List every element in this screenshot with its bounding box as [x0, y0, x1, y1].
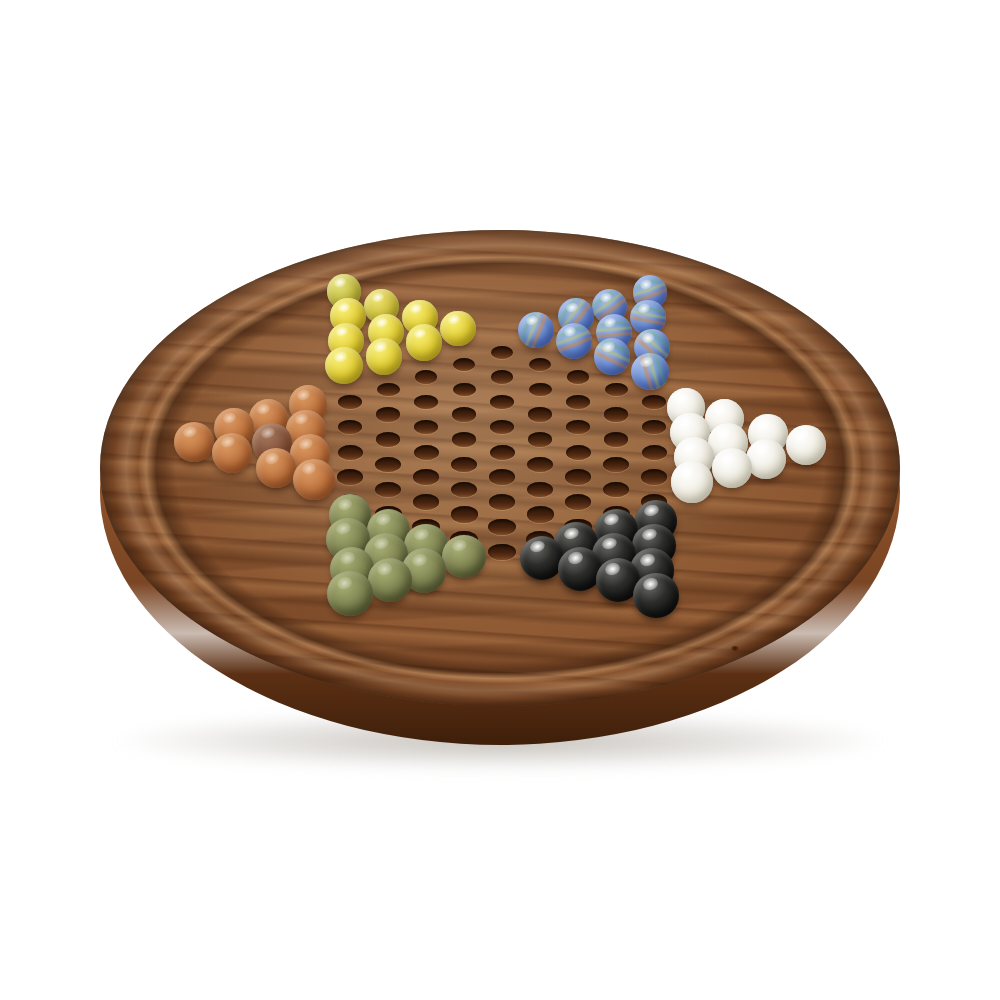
marble-yellow[interactable] [366, 338, 403, 375]
board-hole[interactable] [414, 445, 439, 460]
board-hole[interactable] [489, 494, 516, 510]
board-hole[interactable] [488, 519, 515, 535]
board-hole[interactable] [566, 395, 589, 409]
board-hole[interactable] [527, 506, 554, 522]
board-hole[interactable] [338, 445, 363, 460]
board-hole[interactable] [489, 469, 515, 485]
board-hole[interactable] [376, 407, 400, 421]
board-hole[interactable] [565, 469, 591, 485]
marble-black[interactable] [633, 573, 678, 618]
board-hole[interactable] [566, 420, 590, 435]
marble-white[interactable] [786, 425, 826, 465]
board-hole[interactable] [490, 395, 513, 409]
board-hole[interactable] [453, 358, 475, 371]
board-hole[interactable] [642, 445, 667, 460]
board-hole[interactable] [413, 494, 440, 510]
board-hole[interactable] [565, 494, 592, 510]
board-hole[interactable] [641, 469, 667, 485]
marble-black[interactable] [520, 536, 564, 580]
board-hole[interactable] [490, 445, 515, 460]
board-hole[interactable] [528, 407, 552, 421]
board-hole[interactable] [603, 457, 628, 472]
board-hole[interactable] [529, 383, 552, 397]
marble-green[interactable] [442, 535, 486, 579]
board-hole[interactable] [453, 383, 476, 397]
marble-green[interactable] [327, 571, 372, 616]
board-hole[interactable] [642, 395, 665, 409]
marble-white[interactable] [746, 439, 787, 480]
board-hole[interactable] [527, 457, 552, 472]
board-hole[interactable] [414, 395, 437, 409]
board-hole[interactable] [451, 457, 476, 472]
board-hole[interactable] [491, 370, 514, 384]
board-hole[interactable] [414, 420, 438, 435]
board-hole[interactable] [452, 407, 476, 421]
board-hole[interactable] [567, 370, 590, 384]
board-hole[interactable] [338, 395, 361, 409]
marble-yellow[interactable] [325, 347, 362, 384]
marble-orange[interactable] [212, 433, 252, 473]
marble-blue[interactable] [594, 338, 631, 375]
board-hole[interactable] [377, 383, 400, 397]
marble-blue[interactable] [556, 323, 592, 359]
board-hole[interactable] [529, 358, 551, 371]
board-hole[interactable] [491, 346, 513, 359]
board-hole[interactable] [415, 370, 438, 384]
board-hole[interactable] [452, 432, 477, 447]
wood-knot [731, 646, 739, 651]
marble-white[interactable] [671, 461, 712, 502]
board-hole[interactable] [376, 432, 401, 447]
board-hole[interactable] [528, 432, 553, 447]
board-hole[interactable] [338, 420, 362, 435]
marble-blue[interactable] [518, 312, 554, 348]
board-hole[interactable] [490, 420, 514, 435]
marble-yellow[interactable] [440, 311, 476, 347]
board-hole[interactable] [605, 383, 628, 397]
board-hole[interactable] [451, 506, 478, 522]
marble-orange[interactable] [174, 422, 214, 462]
board-hole[interactable] [337, 469, 363, 485]
board-hole[interactable] [642, 420, 666, 435]
marble-orange[interactable] [293, 459, 334, 500]
board-hole[interactable] [375, 457, 400, 472]
board-hole[interactable] [413, 469, 439, 485]
marble-blue[interactable] [631, 353, 668, 390]
board-hole[interactable] [604, 432, 629, 447]
board-hole[interactable] [566, 445, 591, 460]
scene [0, 0, 1000, 1000]
board-hole[interactable] [604, 407, 628, 421]
marble-yellow[interactable] [406, 324, 442, 360]
